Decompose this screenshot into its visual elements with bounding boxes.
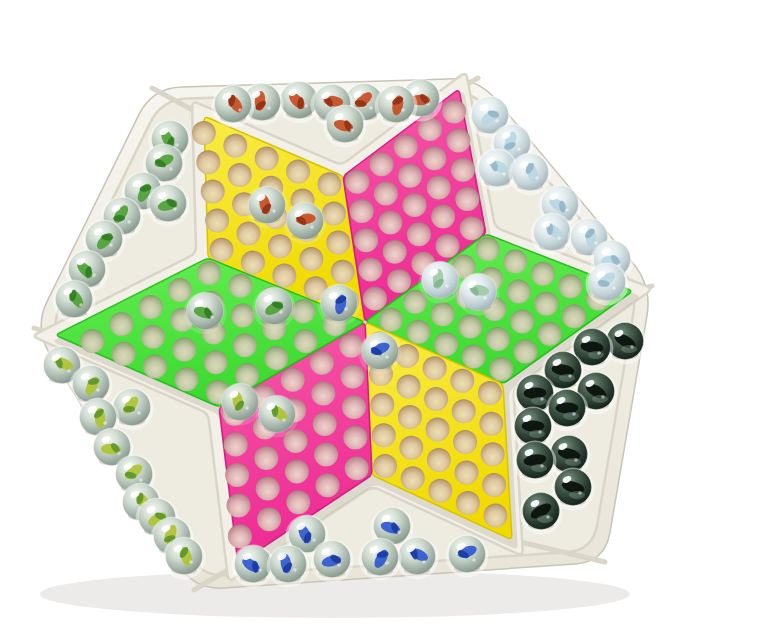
hole[interactable] [372,423,396,447]
marble-blue[interactable] [446,535,489,578]
hole[interactable] [175,367,199,391]
hole[interactable] [354,228,378,252]
hole[interactable] [534,292,558,316]
hole[interactable] [139,295,163,319]
hole[interactable] [383,240,407,264]
marble-orange[interactable] [324,105,367,148]
hole[interactable] [343,426,367,450]
hole[interactable] [478,381,502,405]
hole[interactable] [286,490,310,514]
marble-green-pale[interactable] [419,261,462,304]
hole[interactable] [342,395,366,419]
hole[interactable] [205,209,229,233]
hole[interactable] [231,304,255,328]
marble-blue[interactable] [318,284,361,327]
hole[interactable] [401,466,425,490]
hole[interactable] [359,257,383,281]
hole[interactable] [374,181,398,205]
hole[interactable] [80,329,104,353]
hole[interactable] [227,494,251,518]
hole[interactable] [373,454,397,478]
hole[interactable] [294,329,318,353]
marble-blue[interactable] [396,537,439,580]
hole[interactable] [450,369,474,393]
hole[interactable] [476,237,500,261]
hole[interactable] [422,146,446,170]
hole[interactable] [447,129,471,153]
chinese-checkers-board [0,0,767,636]
hole[interactable] [486,327,510,351]
hole[interactable] [431,302,455,326]
hole[interactable] [168,278,192,302]
hole[interactable] [345,456,369,480]
hole[interactable] [424,387,448,411]
marble-green[interactable] [147,184,190,227]
marble-yellow-green[interactable] [163,537,206,580]
hole[interactable] [460,216,484,240]
hole[interactable] [399,436,423,460]
hole[interactable] [256,477,280,501]
hole[interactable] [482,473,506,497]
hole[interactable] [233,333,257,357]
hole[interactable] [428,479,452,503]
hole[interactable] [141,325,165,349]
hole[interactable] [458,315,482,339]
marble-yellow-green[interactable] [256,395,299,438]
hole[interactable] [316,473,340,497]
hole[interactable] [110,312,134,336]
board-photo [0,0,767,636]
hole[interactable] [455,187,479,211]
hole[interactable] [398,405,422,429]
hole[interactable] [326,231,350,255]
hole[interactable] [514,339,538,363]
hole[interactable] [407,320,431,344]
hole[interactable] [257,507,281,531]
hole[interactable] [241,251,265,275]
marble-green[interactable] [53,280,96,323]
hole[interactable] [223,134,247,158]
marble-light-blue[interactable] [531,213,574,256]
hole[interactable] [423,356,447,380]
hole[interactable] [143,355,167,379]
marble-orange[interactable] [375,85,418,128]
hole[interactable] [350,199,374,223]
hole[interactable] [204,350,228,374]
marble-green[interactable] [253,287,296,330]
hole[interactable] [510,309,534,333]
hole[interactable] [434,332,458,356]
hole[interactable] [285,460,309,484]
hole[interactable] [451,158,475,182]
hole[interactable] [427,448,451,472]
hole[interactable] [228,524,252,548]
hole[interactable] [210,238,234,262]
hole[interactable] [484,504,508,528]
hole[interactable] [363,287,387,311]
hole[interactable] [538,322,562,346]
marble-light-blue[interactable] [509,153,552,196]
marble-blue[interactable] [311,540,354,583]
hole[interactable] [436,234,460,258]
hole[interactable] [394,135,418,159]
marble-green-pale[interactable] [457,273,500,316]
marble-blue[interactable] [359,538,402,581]
hole[interactable] [268,234,292,258]
hole[interactable] [507,279,531,303]
hole[interactable] [398,164,422,188]
hole[interactable] [426,418,450,442]
hole[interactable] [481,442,505,466]
hole[interactable] [112,342,136,366]
hole[interactable] [462,345,486,369]
hole[interactable] [310,351,334,375]
hole[interactable] [431,205,455,229]
hole[interactable] [427,175,451,199]
hole[interactable] [479,412,503,436]
hole[interactable] [453,430,477,454]
hole[interactable] [452,399,476,423]
hole[interactable] [318,172,342,196]
marble-dark-green[interactable] [520,492,563,535]
hole[interactable] [489,357,513,381]
marble-orange[interactable] [284,202,327,245]
hole[interactable] [224,432,248,456]
marble-orange[interactable] [212,85,255,128]
hole[interactable] [286,159,310,183]
hole[interactable] [341,364,365,388]
hole[interactable] [196,150,220,174]
marble-green[interactable] [184,292,227,335]
marble-yellow-green[interactable] [219,383,262,426]
hole[interactable] [172,338,196,362]
hole[interactable] [299,247,323,271]
hole[interactable] [345,170,369,194]
marble-orange[interactable] [246,186,289,229]
marble-blue[interactable] [267,545,310,588]
hole[interactable] [228,163,252,187]
hole[interactable] [531,262,555,286]
marble-light-blue[interactable] [586,263,629,306]
hole[interactable] [272,263,296,287]
hole[interactable] [442,99,466,123]
hole[interactable] [254,446,278,470]
hole[interactable] [407,222,431,246]
hole[interactable] [378,211,402,235]
hole[interactable] [331,260,355,284]
hole[interactable] [255,147,279,171]
hole[interactable] [314,443,338,467]
hole[interactable] [281,368,305,392]
hole[interactable] [313,412,337,436]
hole[interactable] [562,304,586,328]
hole[interactable] [456,491,480,515]
hole[interactable] [311,381,335,405]
hole[interactable] [229,274,253,298]
hole[interactable] [403,193,427,217]
hole[interactable] [503,249,527,273]
marble-dark-green[interactable] [514,441,557,484]
hole[interactable] [201,179,225,203]
hole[interactable] [370,152,394,176]
marble-blue[interactable] [359,332,402,375]
hole[interactable] [197,261,221,285]
hole[interactable] [455,461,479,485]
hole[interactable] [370,393,394,417]
hole[interactable] [379,307,403,331]
hole[interactable] [192,121,216,145]
hole[interactable] [397,375,421,399]
hole[interactable] [264,346,288,370]
hole[interactable] [225,463,249,487]
hole[interactable] [387,269,411,293]
hole[interactable] [559,274,583,298]
